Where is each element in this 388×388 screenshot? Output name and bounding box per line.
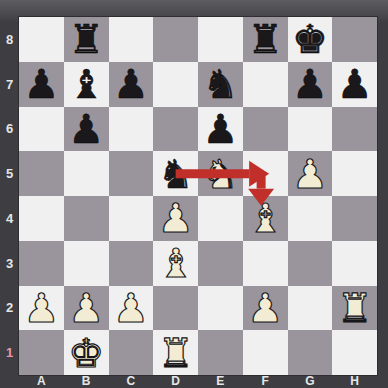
- square-h5[interactable]: [332, 151, 377, 196]
- file-label-h: H: [332, 374, 377, 388]
- square-d1[interactable]: ♜: [153, 330, 198, 375]
- square-d5[interactable]: ♞: [153, 151, 198, 196]
- square-a8[interactable]: [19, 17, 64, 62]
- square-d6[interactable]: [153, 107, 198, 152]
- square-h6[interactable]: [332, 107, 377, 152]
- square-e3[interactable]: [198, 241, 243, 286]
- piece-black-pawn[interactable]: ♟: [23, 64, 59, 104]
- square-c5[interactable]: [109, 151, 154, 196]
- square-b7[interactable]: ♝: [64, 62, 109, 107]
- square-h7[interactable]: ♟: [332, 62, 377, 107]
- square-e5[interactable]: ♞: [198, 151, 243, 196]
- square-g1[interactable]: [288, 330, 333, 375]
- square-f4[interactable]: ♝: [243, 196, 288, 241]
- piece-black-rook[interactable]: ♜: [68, 19, 104, 59]
- piece-white-pawn[interactable]: ♟: [247, 288, 283, 328]
- square-c6[interactable]: [109, 107, 154, 152]
- square-g5[interactable]: ♟: [288, 151, 333, 196]
- square-g7[interactable]: ♟: [288, 62, 333, 107]
- piece-black-pawn[interactable]: ♟: [202, 109, 238, 149]
- piece-white-rook[interactable]: ♜: [158, 333, 194, 373]
- piece-white-pawn[interactable]: ♟: [113, 288, 149, 328]
- square-e6[interactable]: ♟: [198, 107, 243, 152]
- square-f7[interactable]: [243, 62, 288, 107]
- square-h8[interactable]: [332, 17, 377, 62]
- square-d2[interactable]: [153, 286, 198, 331]
- square-g6[interactable]: [288, 107, 333, 152]
- piece-black-pawn[interactable]: ♟: [68, 109, 104, 149]
- square-a1[interactable]: [19, 330, 64, 375]
- file-label-a: A: [19, 374, 64, 388]
- rank-label-7: 7: [0, 62, 19, 107]
- square-f1[interactable]: [243, 330, 288, 375]
- square-a6[interactable]: [19, 107, 64, 152]
- square-f8[interactable]: ♜: [243, 17, 288, 62]
- square-e8[interactable]: [198, 17, 243, 62]
- file-label-g: G: [288, 374, 333, 388]
- square-h3[interactable]: [332, 241, 377, 286]
- piece-black-knight[interactable]: ♞: [158, 154, 194, 194]
- piece-white-pawn[interactable]: ♟: [158, 198, 194, 238]
- file-label-d: D: [153, 374, 198, 388]
- file-label-f: F: [243, 374, 288, 388]
- piece-black-pawn[interactable]: ♟: [292, 64, 328, 104]
- square-d4[interactable]: ♟: [153, 196, 198, 241]
- square-f6[interactable]: [243, 107, 288, 152]
- rank-label-4: 4: [0, 196, 19, 241]
- square-d3[interactable]: ♝: [153, 241, 198, 286]
- square-b5[interactable]: [64, 151, 109, 196]
- rank-label-8: 8: [0, 17, 19, 62]
- rank-label-2: 2: [0, 286, 19, 331]
- square-c2[interactable]: ♟: [109, 286, 154, 331]
- file-label-e: E: [198, 374, 243, 388]
- piece-white-bishop[interactable]: ♝: [158, 243, 194, 283]
- square-a4[interactable]: [19, 196, 64, 241]
- square-f3[interactable]: [243, 241, 288, 286]
- file-label-b: B: [64, 374, 109, 388]
- square-g2[interactable]: [288, 286, 333, 331]
- rank-label-1: 1: [0, 330, 19, 375]
- square-c1[interactable]: [109, 330, 154, 375]
- square-b6[interactable]: ♟: [64, 107, 109, 152]
- piece-white-rook[interactable]: ♜: [337, 288, 373, 328]
- square-a7[interactable]: ♟: [19, 62, 64, 107]
- square-h4[interactable]: [332, 196, 377, 241]
- square-f5[interactable]: [243, 151, 288, 196]
- piece-black-king[interactable]: ♚: [292, 19, 328, 59]
- square-b8[interactable]: ♜: [64, 17, 109, 62]
- rank-labels: 87654321: [0, 17, 19, 375]
- file-label-c: C: [109, 374, 154, 388]
- chess-board: ♜♜♚♟♝♟♞♟♟♟♟♞♞♟♟♝♝♟♟♟♟♜♚♜: [19, 17, 377, 375]
- file-labels: ABCDEFGH: [19, 374, 377, 388]
- piece-black-rook[interactable]: ♜: [247, 19, 283, 59]
- square-a3[interactable]: [19, 241, 64, 286]
- square-c4[interactable]: [109, 196, 154, 241]
- square-a5[interactable]: [19, 151, 64, 196]
- square-h2[interactable]: ♜: [332, 286, 377, 331]
- square-c3[interactable]: [109, 241, 154, 286]
- piece-white-knight[interactable]: ♞: [202, 154, 238, 194]
- square-h1[interactable]: [332, 330, 377, 375]
- rank-label-3: 3: [0, 241, 19, 286]
- square-e4[interactable]: [198, 196, 243, 241]
- square-f2[interactable]: ♟: [243, 286, 288, 331]
- piece-white-king[interactable]: ♚: [68, 333, 104, 373]
- piece-black-knight[interactable]: ♞: [202, 64, 238, 104]
- piece-black-pawn[interactable]: ♟: [337, 64, 373, 104]
- chess-diagram: 87654321 ♜♜♚♟♝♟♞♟♟♟♟♞♞♟♟♝♝♟♟♟♟♜♚♜ ABCDEF…: [0, 0, 388, 388]
- square-c8[interactable]: [109, 17, 154, 62]
- square-g8[interactable]: ♚: [288, 17, 333, 62]
- square-e2[interactable]: [198, 286, 243, 331]
- square-b1[interactable]: ♚: [64, 330, 109, 375]
- square-d8[interactable]: [153, 17, 198, 62]
- square-g3[interactable]: [288, 241, 333, 286]
- piece-black-pawn[interactable]: ♟: [113, 64, 149, 104]
- square-b2[interactable]: ♟: [64, 286, 109, 331]
- square-b3[interactable]: [64, 241, 109, 286]
- rank-label-6: 6: [0, 107, 19, 152]
- square-d7[interactable]: [153, 62, 198, 107]
- piece-white-pawn[interactable]: ♟: [68, 288, 104, 328]
- rank-label-5: 5: [0, 151, 19, 196]
- piece-white-pawn[interactable]: ♟: [23, 288, 59, 328]
- piece-white-pawn[interactable]: ♟: [292, 154, 328, 194]
- square-g4[interactable]: [288, 196, 333, 241]
- piece-black-bishop[interactable]: ♝: [68, 64, 104, 104]
- square-a2[interactable]: ♟: [19, 286, 64, 331]
- square-e1[interactable]: [198, 330, 243, 375]
- square-c7[interactable]: ♟: [109, 62, 154, 107]
- piece-white-bishop[interactable]: ♝: [247, 198, 283, 238]
- square-b4[interactable]: [64, 196, 109, 241]
- square-e7[interactable]: ♞: [198, 62, 243, 107]
